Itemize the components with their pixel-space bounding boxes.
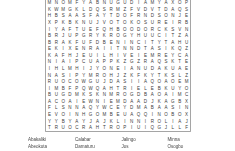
grid-cell-r4c5[interactable]: K bbox=[73, 19, 80, 26]
grid-cell-r4c13[interactable]: K bbox=[128, 19, 135, 26]
grid-cell-r14c11[interactable]: T bbox=[115, 85, 122, 92]
grid-cell-r18c16[interactable]: I bbox=[149, 111, 156, 118]
grid-cell-r19c17[interactable]: O bbox=[156, 118, 163, 125]
grid-cell-r4c14[interactable]: O bbox=[135, 19, 142, 26]
grid-cell-r19c13[interactable]: N bbox=[128, 118, 135, 125]
word-jos: Jos bbox=[122, 143, 136, 150]
grid-cell-r20c19[interactable]: L bbox=[169, 124, 176, 131]
grid-cell-r14c3[interactable]: B bbox=[60, 85, 67, 92]
grid-cell-r9c10[interactable]: H bbox=[108, 52, 115, 59]
grid-cell-r18c1[interactable]: E bbox=[46, 111, 53, 118]
word-abeokuta: Abeokuta bbox=[28, 143, 47, 150]
grid-cell-r9c14[interactable]: I bbox=[135, 52, 142, 59]
grid-cell-r4c18[interactable]: E bbox=[163, 19, 170, 26]
grid-cell-r9c11[interactable]: I bbox=[115, 52, 122, 59]
grid-cell-r8c9[interactable]: I bbox=[101, 46, 108, 53]
grid-cell-r8c16[interactable]: A bbox=[149, 46, 156, 53]
grid-cell-r13c1[interactable]: R bbox=[46, 78, 53, 85]
grid-cell-r20c7[interactable]: A bbox=[87, 124, 94, 131]
grid-cell-r4c12[interactable]: O bbox=[121, 19, 128, 26]
grid-cell-r8c10[interactable]: I bbox=[108, 46, 115, 53]
grid-cell-r13c5[interactable]: O bbox=[73, 78, 80, 85]
grid-cell-r8c13[interactable]: N bbox=[128, 46, 135, 53]
grid-cell-r14c16[interactable]: E bbox=[149, 85, 156, 92]
grid-cell-r3c1[interactable]: H bbox=[46, 13, 53, 20]
grid-cell-r4c9[interactable]: V bbox=[101, 19, 108, 26]
grid-cell-r8c14[interactable]: D bbox=[135, 46, 142, 53]
grid-cell-r20c10[interactable]: R bbox=[108, 124, 115, 131]
grid-cell-r14c9[interactable]: A bbox=[101, 85, 108, 92]
grid-cell-r19c1[interactable]: Y bbox=[46, 118, 53, 125]
grid-cell-r9c3[interactable]: F bbox=[60, 52, 67, 59]
grid-cell-r8c3[interactable]: I bbox=[60, 46, 67, 53]
grid-cell-r13c10[interactable]: D bbox=[108, 78, 115, 85]
grid-cell-r9c6[interactable]: E bbox=[80, 52, 87, 59]
grid-cell-r19c18[interactable]: L bbox=[163, 118, 170, 125]
grid-cell-r13c9[interactable]: J bbox=[101, 78, 108, 85]
grid-cell-r18c19[interactable]: B bbox=[169, 111, 176, 118]
grid-cell-r3c15[interactable]: N bbox=[142, 13, 149, 20]
grid-cell-r20c20[interactable]: L bbox=[176, 124, 183, 131]
grid-cell-r3c16[interactable]: D bbox=[149, 13, 156, 20]
grid-cell-r14c21[interactable]: O bbox=[183, 85, 190, 92]
grid-cell-r14c5[interactable]: P bbox=[73, 85, 80, 92]
grid-cell-r8c18[interactable]: I bbox=[163, 46, 170, 53]
grid-cell-r4c3[interactable]: K bbox=[60, 19, 67, 26]
grid-cell-r3c7[interactable]: F bbox=[87, 13, 94, 20]
grid-cell-r3c13[interactable]: F bbox=[128, 13, 135, 20]
grid-cell-r20c18[interactable]: J bbox=[163, 124, 170, 131]
grid-cell-r19c15[interactable]: I bbox=[142, 118, 149, 125]
grid-cell-r20c16[interactable]: Q bbox=[149, 124, 156, 131]
grid-cell-r9c12[interactable]: V bbox=[121, 52, 128, 59]
grid-cell-r8c15[interactable]: T bbox=[142, 46, 149, 53]
grid-cell-r8c2[interactable]: K bbox=[53, 46, 60, 53]
grid-cell-r18c10[interactable]: B bbox=[108, 111, 115, 118]
word-jalingo: Jalingo bbox=[122, 136, 136, 144]
grid-cell-r3c4[interactable]: A bbox=[67, 13, 74, 20]
word-list-column-4: MinnaOsogbo bbox=[168, 136, 184, 151]
grid-cell-r13c14[interactable]: I bbox=[135, 78, 142, 85]
grid-cell-r3c10[interactable]: T bbox=[108, 13, 115, 20]
grid-cell-r20c11[interactable]: O bbox=[115, 124, 122, 131]
grid-cell-r8c7[interactable]: R bbox=[87, 46, 94, 53]
grid-cell-r3c11[interactable]: D bbox=[115, 13, 122, 20]
grid-cell-r20c15[interactable]: I bbox=[142, 124, 149, 131]
grid-cell-r4c1[interactable]: X bbox=[46, 19, 53, 26]
grid-cell-r4c17[interactable]: R bbox=[156, 19, 163, 26]
grid-cell-r19c10[interactable]: K bbox=[108, 118, 115, 125]
grid-cell-r19c8[interactable]: A bbox=[94, 118, 101, 125]
grid-cell-r9c20[interactable]: C bbox=[176, 52, 183, 59]
grid-cell-r20c12[interactable]: P bbox=[121, 124, 128, 131]
grid-cell-r4c4[interactable]: B bbox=[67, 19, 74, 26]
grid-cell-r19c9[interactable]: J bbox=[101, 118, 108, 125]
grid-cell-r14c13[interactable]: I bbox=[128, 85, 135, 92]
grid-cell-r3c21[interactable]: E bbox=[183, 13, 190, 20]
grid-cell-r8c6[interactable]: N bbox=[80, 46, 87, 53]
grid-cell-r3c17[interactable]: S bbox=[156, 13, 163, 20]
grid-cell-r8c1[interactable]: E bbox=[46, 46, 53, 53]
word-calabar: Calabar bbox=[75, 136, 95, 144]
grid-cell-r3c9[interactable]: Y bbox=[101, 13, 108, 20]
grid-cell-r19c11[interactable]: L bbox=[115, 118, 122, 125]
grid-cell-r8c11[interactable]: T bbox=[115, 46, 122, 53]
grid-cell-r8c5[interactable]: E bbox=[73, 46, 80, 53]
grid-cell-r20c4[interactable]: O bbox=[67, 124, 74, 131]
grid-cell-r4c15[interactable]: S bbox=[142, 19, 149, 26]
grid-cell-r18c6[interactable]: H bbox=[80, 111, 87, 118]
grid-cell-r9c4[interactable]: H bbox=[67, 52, 74, 59]
grid-cell-r18c3[interactable]: O bbox=[60, 111, 67, 118]
grid-cell-r8c19[interactable]: K bbox=[169, 46, 176, 53]
grid-cell-r13c11[interactable]: A bbox=[115, 78, 122, 85]
grid-cell-r19c12[interactable]: I bbox=[121, 118, 128, 125]
grid-cell-r8c21[interactable]: Z bbox=[183, 46, 190, 53]
grid-cell-r8c17[interactable]: S bbox=[156, 46, 163, 53]
grid-cell-r13c7[interactable]: G bbox=[87, 78, 94, 85]
word-minna: Minna bbox=[168, 136, 184, 144]
grid-cell-r9c8[interactable]: I bbox=[94, 52, 101, 59]
word-list-column-1: AbakalikiAbeokuta bbox=[28, 136, 47, 151]
grid-cell-r4c20[interactable]: R bbox=[176, 19, 183, 26]
grid-cell-r3c14[interactable]: R bbox=[135, 13, 142, 20]
grid-cell-r9c19[interactable]: Y bbox=[169, 52, 176, 59]
grid-cell-r19c4[interactable]: Y bbox=[67, 118, 74, 125]
grid-cell-r20c8[interactable]: H bbox=[94, 124, 101, 131]
grid-cell-r4c21[interactable]: B bbox=[183, 19, 190, 26]
grid-cell-r4c10[interactable]: O bbox=[108, 19, 115, 26]
grid-cell-r9c15[interactable]: E bbox=[142, 52, 149, 59]
grid-cell-r9c2[interactable]: A bbox=[53, 52, 60, 59]
grid-cell-r9c5[interactable]: J bbox=[73, 52, 80, 59]
grid-cell-r9c1[interactable]: K bbox=[46, 52, 53, 59]
grid-cell-r19c21[interactable]: J bbox=[183, 118, 190, 125]
grid-cell-r19c7[interactable]: J bbox=[87, 118, 94, 125]
word-osogbo: Osogbo bbox=[168, 143, 184, 150]
grid-cell-r8c20[interactable]: Q bbox=[176, 46, 183, 53]
grid-cell-r13c13[interactable]: I bbox=[128, 78, 135, 85]
grid-cell-r13c3[interactable]: O bbox=[60, 78, 67, 85]
grid-cell-r13c8[interactable]: U bbox=[94, 78, 101, 85]
grid-cell-r19c5[interactable]: A bbox=[73, 118, 80, 125]
grid-cell-r14c18[interactable]: K bbox=[163, 85, 170, 92]
grid-cell-r4c11[interactable]: T bbox=[115, 19, 122, 26]
grid-cell-r13c21[interactable]: M bbox=[183, 78, 190, 85]
grid-cell-r3c2[interactable]: B bbox=[53, 13, 60, 20]
grid-cell-r19c14[interactable]: N bbox=[135, 118, 142, 125]
grid-cell-r4c8[interactable]: J bbox=[94, 19, 101, 26]
grid-cell-r9c18[interactable]: E bbox=[163, 52, 170, 59]
grid-cell-r18c4[interactable]: I bbox=[67, 111, 74, 118]
grid-cell-r3c5[interactable]: A bbox=[73, 13, 80, 20]
grid-cell-r3c3[interactable]: S bbox=[60, 13, 67, 20]
word-list: AbakalikiAbeokutaCalabarDamaturuJalingoJ… bbox=[0, 136, 235, 151]
grid-cell-r13c18[interactable]: A bbox=[163, 78, 170, 85]
grid-cell-r18c12[interactable]: U bbox=[121, 111, 128, 118]
grid-cell-r13c12[interactable]: S bbox=[121, 78, 128, 85]
grid-cell-r18c20[interactable]: O bbox=[176, 111, 183, 118]
grid-cell-r18c21[interactable]: X bbox=[183, 111, 190, 118]
grid-cell-r8c12[interactable]: N bbox=[121, 46, 128, 53]
grid-cell-r8c4[interactable]: X bbox=[67, 46, 74, 53]
grid-cell-r18c2[interactable]: V bbox=[53, 111, 60, 118]
grid-cell-r4c6[interactable]: N bbox=[80, 19, 87, 26]
puzzle-grid-cells: MNOMFYABNUGUDIAMYAXOPKWMGKLDQSRMZFVDVTDA… bbox=[46, 0, 190, 131]
grid-cell-r18c7[interactable]: G bbox=[87, 111, 94, 118]
grid-cell-r14c2[interactable]: M bbox=[53, 85, 60, 92]
grid-cell-r14c17[interactable]: B bbox=[156, 85, 163, 92]
word-damaturu: Damaturu bbox=[75, 143, 95, 150]
grid-cell-r14c10[interactable]: H bbox=[108, 85, 115, 92]
grid-cell-r14c12[interactable]: R bbox=[121, 85, 128, 92]
grid-cell-r14c14[interactable]: E bbox=[135, 85, 142, 92]
grid-cell-r9c17[interactable]: R bbox=[156, 52, 163, 59]
word-list-column-2: CalabarDamaturu bbox=[75, 136, 95, 151]
grid-cell-r20c5[interactable]: C bbox=[73, 124, 80, 131]
grid-cell-r19c6[interactable]: Y bbox=[80, 118, 87, 125]
grid-cell-r13c16[interactable]: Q bbox=[149, 78, 156, 85]
grid-cell-r20c3[interactable]: U bbox=[60, 124, 67, 131]
grid-cell-r13c15[interactable]: A bbox=[142, 78, 149, 85]
grid-cell-r3c8[interactable]: A bbox=[94, 13, 101, 20]
grid-cell-r20c6[interactable]: R bbox=[80, 124, 87, 131]
grid-cell-r14c8[interactable]: Q bbox=[94, 85, 101, 92]
grid-cell-r20c9[interactable]: T bbox=[101, 124, 108, 131]
grid-cell-r20c17[interactable]: G bbox=[156, 124, 163, 131]
grid-cell-r19c3[interactable]: B bbox=[60, 118, 67, 125]
grid-cell-r14c19[interactable]: U bbox=[169, 85, 176, 92]
word-abakaliki: Abakaliki bbox=[28, 136, 47, 144]
grid-cell-r14c20[interactable]: Y bbox=[176, 85, 183, 92]
grid-cell-r20c13[interactable]: I bbox=[128, 124, 135, 131]
grid-cell-r9c7[interactable]: U bbox=[87, 52, 94, 59]
grid-cell-r18c15[interactable]: Q bbox=[142, 111, 149, 118]
grid-cell-r14c7[interactable]: W bbox=[87, 85, 94, 92]
grid-cell-r13c19[interactable]: O bbox=[169, 78, 176, 85]
grid-cell-r20c1[interactable]: T bbox=[46, 124, 53, 131]
grid-cell-r18c8[interactable]: O bbox=[94, 111, 101, 118]
grid-cell-r3c18[interactable]: O bbox=[163, 13, 170, 20]
puzzle-grid: MNOMFYABNUGUDIAMYAXOPKWMGKLDQSRMZFVDVTDA… bbox=[46, 0, 191, 132]
grid-cell-r13c17[interactable]: O bbox=[156, 78, 163, 85]
grid-cell-r19c2[interactable]: Y bbox=[53, 118, 60, 125]
grid-cell-r18c18[interactable]: O bbox=[163, 111, 170, 118]
grid-cell-r20c2[interactable]: R bbox=[53, 124, 60, 131]
grid-cell-r14c4[interactable]: F bbox=[67, 85, 74, 92]
grid-cell-r20c14[interactable]: U bbox=[135, 124, 142, 131]
grid-cell-r19c20[interactable]: A bbox=[176, 118, 183, 125]
grid-cell-r14c6[interactable]: Q bbox=[80, 85, 87, 92]
grid-cell-r3c12[interactable]: O bbox=[121, 13, 128, 20]
grid-cell-r9c9[interactable]: L bbox=[101, 52, 108, 59]
grid-cell-r8c8[interactable]: A bbox=[94, 46, 101, 53]
grid-cell-r9c16[interactable]: M bbox=[149, 52, 156, 59]
grid-cell-r19c16[interactable]: R bbox=[149, 118, 156, 125]
grid-cell-r18c13[interactable]: A bbox=[128, 111, 135, 118]
grid-cell-r4c16[interactable]: U bbox=[149, 19, 156, 26]
grid-cell-r4c2[interactable]: P bbox=[53, 19, 60, 26]
grid-cell-r4c19[interactable]: I bbox=[169, 19, 176, 26]
grid-cell-r18c11[interactable]: E bbox=[115, 111, 122, 118]
grid-cell-r18c14[interactable]: Q bbox=[135, 111, 142, 118]
grid-cell-r3c6[interactable]: S bbox=[80, 13, 87, 20]
grid-cell-r3c19[interactable]: N bbox=[169, 13, 176, 20]
grid-cell-r18c9[interactable]: M bbox=[101, 111, 108, 118]
grid-cell-r3c20[interactable]: J bbox=[176, 13, 183, 20]
word-search-screen: MNOMFYABNUGUDIAMYAXOPKWMGKLDQSRMZFVDVTDA… bbox=[0, 0, 235, 150]
grid-cell-r4c7[interactable]: U bbox=[87, 19, 94, 26]
grid-cell-r18c17[interactable]: N bbox=[156, 111, 163, 118]
grid-cell-r20c21[interactable]: F bbox=[183, 124, 190, 131]
grid-cell-r14c15[interactable]: L bbox=[142, 85, 149, 92]
grid-cell-r18c5[interactable]: N bbox=[73, 111, 80, 118]
grid-cell-r13c20[interactable]: E bbox=[176, 78, 183, 85]
grid-cell-r9c21[interactable]: A bbox=[183, 52, 190, 59]
word-list-column-3: JalingoJos bbox=[122, 136, 136, 151]
word-search-page: MNOMFYABNUGUDIAMYAXOPKWMGKLDQSRMZFVDVTDA… bbox=[0, 0, 235, 150]
grid-cell-r13c2[interactable]: U bbox=[53, 78, 60, 85]
grid-cell-r13c6[interactable]: W bbox=[80, 78, 87, 85]
grid-cell-r14c1[interactable]: I bbox=[46, 85, 53, 92]
grid-cell-r13c4[interactable]: C bbox=[67, 78, 74, 85]
grid-cell-r9c13[interactable]: E bbox=[128, 52, 135, 59]
grid-cell-r19c19[interactable]: I bbox=[169, 118, 176, 125]
